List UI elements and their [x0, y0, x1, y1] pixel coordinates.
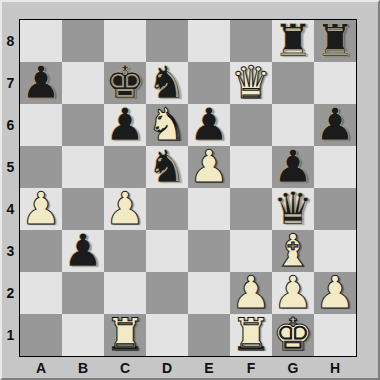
- black-rook: ♜: [273, 20, 313, 62]
- file-label: D: [146, 357, 188, 378]
- white-pawn: ♟: [189, 146, 229, 188]
- square-d7[interactable]: ♞: [146, 62, 188, 104]
- black-knight: ♞: [147, 146, 187, 188]
- rank-label: 3: [2, 230, 19, 272]
- rank-label: 8: [2, 20, 19, 62]
- black-pawn: ♟: [315, 104, 355, 146]
- black-queen: ♛: [273, 188, 313, 230]
- square-e2[interactable]: [188, 272, 230, 314]
- square-h2[interactable]: ♟: [314, 272, 356, 314]
- square-f3[interactable]: [230, 230, 272, 272]
- square-f8[interactable]: [230, 20, 272, 62]
- white-king: ♚: [273, 314, 313, 356]
- square-b8[interactable]: [62, 20, 104, 62]
- black-pawn: ♟: [21, 62, 61, 104]
- square-e4[interactable]: [188, 188, 230, 230]
- square-g3[interactable]: ♝: [272, 230, 314, 272]
- rank-label: 7: [2, 62, 19, 104]
- rank-label: 5: [2, 146, 19, 188]
- square-a6[interactable]: [20, 104, 62, 146]
- square-f4[interactable]: [230, 188, 272, 230]
- file-label: B: [62, 357, 104, 378]
- square-d2[interactable]: [146, 272, 188, 314]
- square-a3[interactable]: [20, 230, 62, 272]
- square-e5[interactable]: ♟: [188, 146, 230, 188]
- square-c4[interactable]: ♟: [104, 188, 146, 230]
- rank-label: 2: [2, 272, 19, 314]
- square-d4[interactable]: [146, 188, 188, 230]
- black-pawn: ♟: [189, 104, 229, 146]
- square-f6[interactable]: [230, 104, 272, 146]
- square-a4[interactable]: ♟: [20, 188, 62, 230]
- square-g4[interactable]: ♛: [272, 188, 314, 230]
- black-rook: ♜: [315, 20, 355, 62]
- white-pawn: ♟: [315, 272, 355, 314]
- square-h5[interactable]: [314, 146, 356, 188]
- square-b7[interactable]: [62, 62, 104, 104]
- square-b1[interactable]: [62, 314, 104, 356]
- rank-labels: 87654321: [2, 20, 19, 356]
- square-b2[interactable]: [62, 272, 104, 314]
- square-d1[interactable]: [146, 314, 188, 356]
- square-c6[interactable]: ♟: [104, 104, 146, 146]
- chess-board: ♜♜♟♚♞♛♟♞♟♟♞♟♟♟♟♛♟♝♟♟♟♜♜♚: [19, 19, 357, 357]
- square-b5[interactable]: [62, 146, 104, 188]
- file-label: A: [20, 357, 62, 378]
- square-a5[interactable]: [20, 146, 62, 188]
- white-queen: ♛: [231, 62, 271, 104]
- square-a7[interactable]: ♟: [20, 62, 62, 104]
- square-h4[interactable]: [314, 188, 356, 230]
- rank-label: 6: [2, 104, 19, 146]
- file-labels: ABCDEFGH: [20, 357, 356, 378]
- square-h1[interactable]: [314, 314, 356, 356]
- black-king: ♚: [105, 62, 145, 104]
- square-c5[interactable]: [104, 146, 146, 188]
- square-g6[interactable]: [272, 104, 314, 146]
- file-label: H: [314, 357, 356, 378]
- square-b4[interactable]: [62, 188, 104, 230]
- square-g7[interactable]: [272, 62, 314, 104]
- file-label: F: [230, 357, 272, 378]
- square-h6[interactable]: ♟: [314, 104, 356, 146]
- square-c1[interactable]: ♜: [104, 314, 146, 356]
- file-label: C: [104, 357, 146, 378]
- white-pawn: ♟: [21, 188, 61, 230]
- white-pawn: ♟: [105, 188, 145, 230]
- black-knight: ♞: [147, 62, 187, 104]
- square-e7[interactable]: [188, 62, 230, 104]
- square-g8[interactable]: ♜: [272, 20, 314, 62]
- file-label: G: [272, 357, 314, 378]
- square-c3[interactable]: [104, 230, 146, 272]
- white-bishop: ♝: [273, 230, 313, 272]
- square-a8[interactable]: [20, 20, 62, 62]
- rank-label: 4: [2, 188, 19, 230]
- square-a2[interactable]: [20, 272, 62, 314]
- black-pawn: ♟: [63, 230, 103, 272]
- file-label: E: [188, 357, 230, 378]
- square-g2[interactable]: ♟: [272, 272, 314, 314]
- square-h3[interactable]: [314, 230, 356, 272]
- black-pawn: ♟: [273, 146, 313, 188]
- square-c7[interactable]: ♚: [104, 62, 146, 104]
- square-c8[interactable]: [104, 20, 146, 62]
- square-d8[interactable]: [146, 20, 188, 62]
- square-e8[interactable]: [188, 20, 230, 62]
- square-a1[interactable]: [20, 314, 62, 356]
- square-f5[interactable]: [230, 146, 272, 188]
- board-frame: 87654321 ♜♜♟♚♞♛♟♞♟♟♞♟♟♟♟♛♟♝♟♟♟♜♜♚ ABCDEF…: [0, 0, 380, 380]
- white-pawn: ♟: [231, 272, 271, 314]
- square-d3[interactable]: [146, 230, 188, 272]
- black-pawn: ♟: [105, 104, 145, 146]
- square-d5[interactable]: ♞: [146, 146, 188, 188]
- white-rook: ♜: [231, 314, 271, 356]
- rank-label: 1: [2, 314, 19, 356]
- square-e6[interactable]: ♟: [188, 104, 230, 146]
- square-e1[interactable]: [188, 314, 230, 356]
- square-c2[interactable]: [104, 272, 146, 314]
- square-f1[interactable]: ♜: [230, 314, 272, 356]
- square-h7[interactable]: [314, 62, 356, 104]
- square-b6[interactable]: [62, 104, 104, 146]
- square-b3[interactable]: ♟: [62, 230, 104, 272]
- square-h8[interactable]: ♜: [314, 20, 356, 62]
- white-rook: ♜: [105, 314, 145, 356]
- square-g1[interactable]: ♚: [272, 314, 314, 356]
- white-knight: ♞: [147, 104, 187, 146]
- square-e3[interactable]: [188, 230, 230, 272]
- square-f7[interactable]: ♛: [230, 62, 272, 104]
- square-f2[interactable]: ♟: [230, 272, 272, 314]
- square-d6[interactable]: ♞: [146, 104, 188, 146]
- square-g5[interactable]: ♟: [272, 146, 314, 188]
- white-pawn: ♟: [273, 272, 313, 314]
